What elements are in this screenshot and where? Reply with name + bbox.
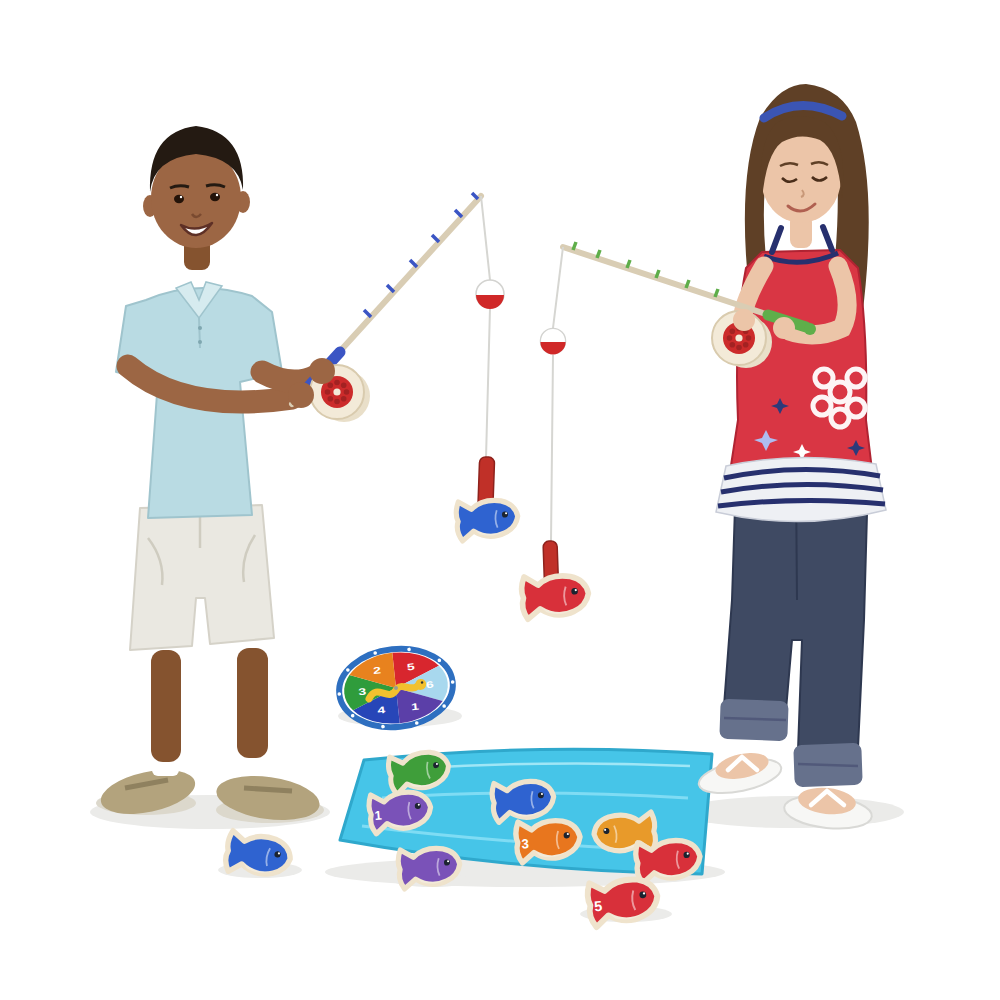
- boy-leg-right: [237, 648, 268, 758]
- polo-button: [198, 340, 202, 344]
- boy-hand-left: [288, 382, 314, 408]
- girl-hand-left: [733, 309, 755, 331]
- top-strap-right: [823, 227, 832, 250]
- boy-eye-left: [174, 195, 184, 203]
- boy-shoe-strap-right: [244, 788, 292, 791]
- fish-number: 1: [374, 808, 382, 823]
- fish-blue-hooked: [456, 499, 519, 541]
- girl-hand-right: [773, 317, 795, 339]
- boy-hand-right: [309, 358, 335, 384]
- fish-body: [456, 499, 519, 541]
- fish-number: 5: [594, 898, 604, 915]
- boy-eye-right: [210, 193, 220, 201]
- spinner-number: 3: [358, 686, 367, 698]
- fish-number: 3: [521, 836, 529, 851]
- boy-bobber: [476, 280, 504, 309]
- girl-bobber: [540, 328, 565, 354]
- spinner-number: 6: [425, 679, 434, 691]
- fish-red-hooked: [521, 575, 589, 620]
- spinner-number: 4: [377, 704, 386, 716]
- spinner-number: 2: [373, 664, 382, 676]
- girl-figure: [696, 84, 886, 833]
- eye-glint: [180, 196, 182, 198]
- product-photo: 1 3 5 6 1 4: [0, 0, 1000, 1000]
- photo-canvas: 1 3 5 6 1 4: [0, 0, 1000, 1000]
- boy-fishing-rod: [288, 193, 519, 541]
- fish-body: [521, 575, 589, 620]
- boy-figure: [96, 126, 324, 826]
- spinner-number: 5: [406, 661, 415, 673]
- fishing-line: [481, 196, 490, 458]
- fishing-line: [551, 247, 563, 542]
- polo-button: [198, 326, 202, 330]
- eye-glint: [216, 194, 218, 196]
- spinner-number: 1: [411, 701, 420, 713]
- boy-leg-left: [151, 650, 181, 762]
- rod-guides-blue: [364, 193, 478, 317]
- ruffle-hem: [716, 457, 886, 521]
- rod-butt-cap: [804, 323, 816, 335]
- boy-shorts: [130, 505, 274, 650]
- top-strap-left: [772, 228, 781, 252]
